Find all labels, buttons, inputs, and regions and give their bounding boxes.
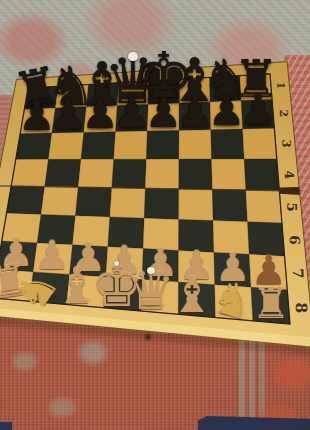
rank-label-3: 3 <box>279 139 293 148</box>
rank-label-1: 1 <box>275 82 287 89</box>
square-d5 <box>110 188 146 219</box>
square-h6 <box>248 222 285 256</box>
square-h7 <box>249 254 287 289</box>
square-b3 <box>48 132 83 159</box>
square-a2 <box>20 108 55 134</box>
square-f4 <box>179 159 213 189</box>
square-d6 <box>108 217 144 249</box>
rank-label-2: 2 <box>277 109 290 117</box>
rank-label-4: 4 <box>281 170 296 180</box>
rank-label-5: 5 <box>284 202 299 211</box>
square-g1 <box>210 76 242 102</box>
square-g4 <box>212 159 246 190</box>
square-a6 <box>2 213 41 243</box>
square-c7 <box>70 245 108 277</box>
square-f3 <box>179 130 212 159</box>
rank-label-8: 8 <box>292 302 310 313</box>
square-f8 <box>178 282 215 317</box>
square-h3 <box>243 128 277 159</box>
square-h8 <box>251 287 290 324</box>
square-c5 <box>75 187 111 217</box>
square-b1 <box>55 85 88 109</box>
square-d1 <box>117 81 149 106</box>
chess-board: 12345678чб <box>0 0 310 430</box>
rank-label-7: 7 <box>290 268 307 279</box>
square-f6 <box>179 219 214 252</box>
square-a4 <box>11 159 48 186</box>
square-a7 <box>0 241 37 272</box>
square-e5 <box>144 188 179 219</box>
square-e6 <box>143 218 179 250</box>
square-b7 <box>33 243 72 275</box>
square-b2 <box>52 107 86 133</box>
square-a1 <box>24 86 58 109</box>
square-e3 <box>146 130 179 159</box>
fold-notch-right <box>279 187 300 195</box>
square-f5 <box>179 189 213 221</box>
square-e2 <box>147 103 179 131</box>
square-e7 <box>142 249 178 283</box>
square-f7 <box>178 251 214 285</box>
square-b5 <box>41 187 78 216</box>
square-c1 <box>86 83 119 107</box>
square-a5 <box>7 186 45 215</box>
photo-scene: 12345678чб ♜♞♝♛♚♝♞♜♟♟♟♟♟♟♟♟♟♟♟♟♟♟♟♟♜♞♝♚♛… <box>0 0 310 430</box>
square-c4 <box>78 159 114 188</box>
square-a3 <box>16 133 52 159</box>
square-e8 <box>141 280 178 315</box>
square-d7 <box>106 247 143 280</box>
square-b4 <box>45 159 81 187</box>
square-g3 <box>211 129 244 159</box>
rank-label-6: 6 <box>287 235 303 245</box>
square-d2 <box>116 104 149 131</box>
square-f1 <box>179 78 210 104</box>
square-g5 <box>212 190 247 222</box>
square-d8 <box>104 277 142 311</box>
square-d4 <box>112 159 147 188</box>
square-g8 <box>215 285 253 321</box>
square-h4 <box>244 159 279 191</box>
square-g2 <box>210 101 243 130</box>
square-c6 <box>73 216 110 247</box>
square-g6 <box>213 221 249 255</box>
square-h1 <box>240 74 272 101</box>
square-g7 <box>214 252 251 287</box>
square-b8 <box>29 272 69 305</box>
file-label-b: ч <box>71 73 77 83</box>
file-label-c: б <box>101 71 107 81</box>
square-e1 <box>148 79 179 104</box>
square-a8 <box>0 269 33 301</box>
square-c3 <box>81 132 116 160</box>
square-c8 <box>67 274 106 307</box>
square-c2 <box>84 106 118 133</box>
square-h5 <box>246 190 282 223</box>
square-e4 <box>145 159 179 189</box>
square-f2 <box>179 102 211 130</box>
square-b6 <box>37 215 75 245</box>
square-d3 <box>114 131 148 159</box>
square-h2 <box>241 99 274 129</box>
